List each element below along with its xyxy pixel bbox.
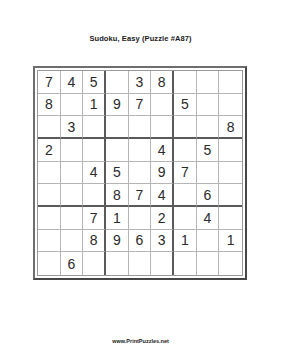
- sudoku-cell-r1c7[interactable]: [174, 71, 197, 94]
- sudoku-cell-r7c2[interactable]: [61, 207, 84, 230]
- sudoku-cell-r2c3[interactable]: 1: [83, 94, 106, 117]
- sudoku-cell-r4c4[interactable]: [106, 139, 129, 162]
- sudoku-cell-r3c7[interactable]: [174, 116, 197, 139]
- sudoku-cell-r3c5[interactable]: [129, 116, 152, 139]
- sudoku-cell-r1c1[interactable]: 7: [38, 71, 61, 94]
- sudoku-board-frame: 7453881975382454597874671248963116: [33, 66, 247, 280]
- sudoku-cell-r5c3[interactable]: 4: [83, 162, 106, 185]
- sudoku-cell-r3c1[interactable]: [38, 116, 61, 139]
- sudoku-cell-r9c5[interactable]: [129, 252, 152, 275]
- sudoku-cell-r6c9[interactable]: [219, 184, 242, 207]
- sudoku-cell-r8c3[interactable]: 8: [83, 230, 106, 253]
- sudoku-cell-r3c8[interactable]: [197, 116, 220, 139]
- sudoku-cell-r1c4[interactable]: [106, 71, 129, 94]
- sudoku-cell-r6c4[interactable]: 8: [106, 184, 129, 207]
- sudoku-cell-r4c3[interactable]: [83, 139, 106, 162]
- sudoku-cell-r1c6[interactable]: 8: [151, 71, 174, 94]
- sudoku-cell-r6c3[interactable]: [83, 184, 106, 207]
- sudoku-cell-r4c8[interactable]: 5: [197, 139, 220, 162]
- sudoku-cell-r5c4[interactable]: 5: [106, 162, 129, 185]
- sudoku-cell-r8c9[interactable]: 1: [219, 230, 242, 253]
- sudoku-cell-r7c3[interactable]: 7: [83, 207, 106, 230]
- sudoku-cell-r2c2[interactable]: [61, 94, 84, 117]
- sudoku-cell-r8c6[interactable]: 3: [151, 230, 174, 253]
- sudoku-page: Sudoku, Easy (Puzzle #A87) 7453881975382…: [0, 0, 281, 363]
- sudoku-cell-r1c2[interactable]: 4: [61, 71, 84, 94]
- sudoku-cell-r3c2[interactable]: 3: [61, 116, 84, 139]
- sudoku-cell-r8c7[interactable]: 1: [174, 230, 197, 253]
- puzzle-title: Sudoku, Easy (Puzzle #A87): [0, 34, 281, 43]
- sudoku-cell-r5c8[interactable]: [197, 162, 220, 185]
- sudoku-cell-r5c5[interactable]: [129, 162, 152, 185]
- sudoku-cell-r2c1[interactable]: 8: [38, 94, 61, 117]
- sudoku-cell-r7c5[interactable]: [129, 207, 152, 230]
- sudoku-cell-r7c1[interactable]: [38, 207, 61, 230]
- sudoku-cell-r6c5[interactable]: 7: [129, 184, 152, 207]
- sudoku-cell-r8c4[interactable]: 9: [106, 230, 129, 253]
- sudoku-cell-r3c6[interactable]: [151, 116, 174, 139]
- sudoku-cell-r4c7[interactable]: [174, 139, 197, 162]
- sudoku-cell-r5c7[interactable]: 7: [174, 162, 197, 185]
- sudoku-cell-r7c8[interactable]: 4: [197, 207, 220, 230]
- sudoku-cell-r9c3[interactable]: [83, 252, 106, 275]
- sudoku-cell-r9c2[interactable]: 6: [61, 252, 84, 275]
- sudoku-cell-r6c2[interactable]: [61, 184, 84, 207]
- sudoku-cell-r1c5[interactable]: 3: [129, 71, 152, 94]
- sudoku-cell-r4c2[interactable]: [61, 139, 84, 162]
- sudoku-cell-r3c9[interactable]: 8: [219, 116, 242, 139]
- sudoku-cell-r7c6[interactable]: 2: [151, 207, 174, 230]
- sudoku-cell-r8c8[interactable]: [197, 230, 220, 253]
- sudoku-cell-r1c8[interactable]: [197, 71, 220, 94]
- sudoku-cell-r2c8[interactable]: [197, 94, 220, 117]
- sudoku-cell-r4c1[interactable]: 2: [38, 139, 61, 162]
- sudoku-cell-r2c7[interactable]: 5: [174, 94, 197, 117]
- sudoku-cell-r5c9[interactable]: [219, 162, 242, 185]
- sudoku-cell-r3c4[interactable]: [106, 116, 129, 139]
- sudoku-cell-r9c8[interactable]: [197, 252, 220, 275]
- sudoku-cell-r8c5[interactable]: 6: [129, 230, 152, 253]
- sudoku-cell-r8c2[interactable]: [61, 230, 84, 253]
- sudoku-cell-r9c1[interactable]: [38, 252, 61, 275]
- sudoku-cell-r6c8[interactable]: 6: [197, 184, 220, 207]
- sudoku-cell-r2c5[interactable]: 7: [129, 94, 152, 117]
- sudoku-cell-r9c4[interactable]: [106, 252, 129, 275]
- sudoku-cell-r4c5[interactable]: [129, 139, 152, 162]
- sudoku-cell-r1c9[interactable]: [219, 71, 242, 94]
- sudoku-board: 7453881975382454597874671248963116: [37, 70, 243, 276]
- sudoku-cell-r9c6[interactable]: [151, 252, 174, 275]
- sudoku-cell-r5c1[interactable]: [38, 162, 61, 185]
- sudoku-cell-r4c9[interactable]: [219, 139, 242, 162]
- sudoku-cell-r9c7[interactable]: [174, 252, 197, 275]
- sudoku-cell-r6c1[interactable]: [38, 184, 61, 207]
- sudoku-cell-r7c4[interactable]: 1: [106, 207, 129, 230]
- sudoku-cell-r5c2[interactable]: [61, 162, 84, 185]
- sudoku-cell-r6c7[interactable]: [174, 184, 197, 207]
- sudoku-cell-r2c6[interactable]: [151, 94, 174, 117]
- sudoku-cell-r5c6[interactable]: 9: [151, 162, 174, 185]
- sudoku-cell-r1c3[interactable]: 5: [83, 71, 106, 94]
- sudoku-cell-r6c6[interactable]: 4: [151, 184, 174, 207]
- footer-url: www.PrintPuzzles.net: [0, 338, 281, 344]
- sudoku-cell-r2c9[interactable]: [219, 94, 242, 117]
- sudoku-cell-r8c1[interactable]: [38, 230, 61, 253]
- sudoku-cell-r3c3[interactable]: [83, 116, 106, 139]
- sudoku-cell-r2c4[interactable]: 9: [106, 94, 129, 117]
- sudoku-cell-r7c9[interactable]: [219, 207, 242, 230]
- sudoku-cell-r7c7[interactable]: [174, 207, 197, 230]
- sudoku-cell-r4c6[interactable]: 4: [151, 139, 174, 162]
